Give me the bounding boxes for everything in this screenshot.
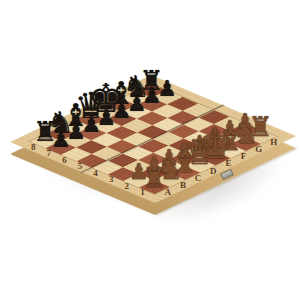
chess-set-photo: 12345678ABCDEFGH ♜♟♞♟♝♟♚♟♛♟♝♟♟♞♜♟♟♜♞♟♟♝♟… bbox=[0, 0, 300, 300]
